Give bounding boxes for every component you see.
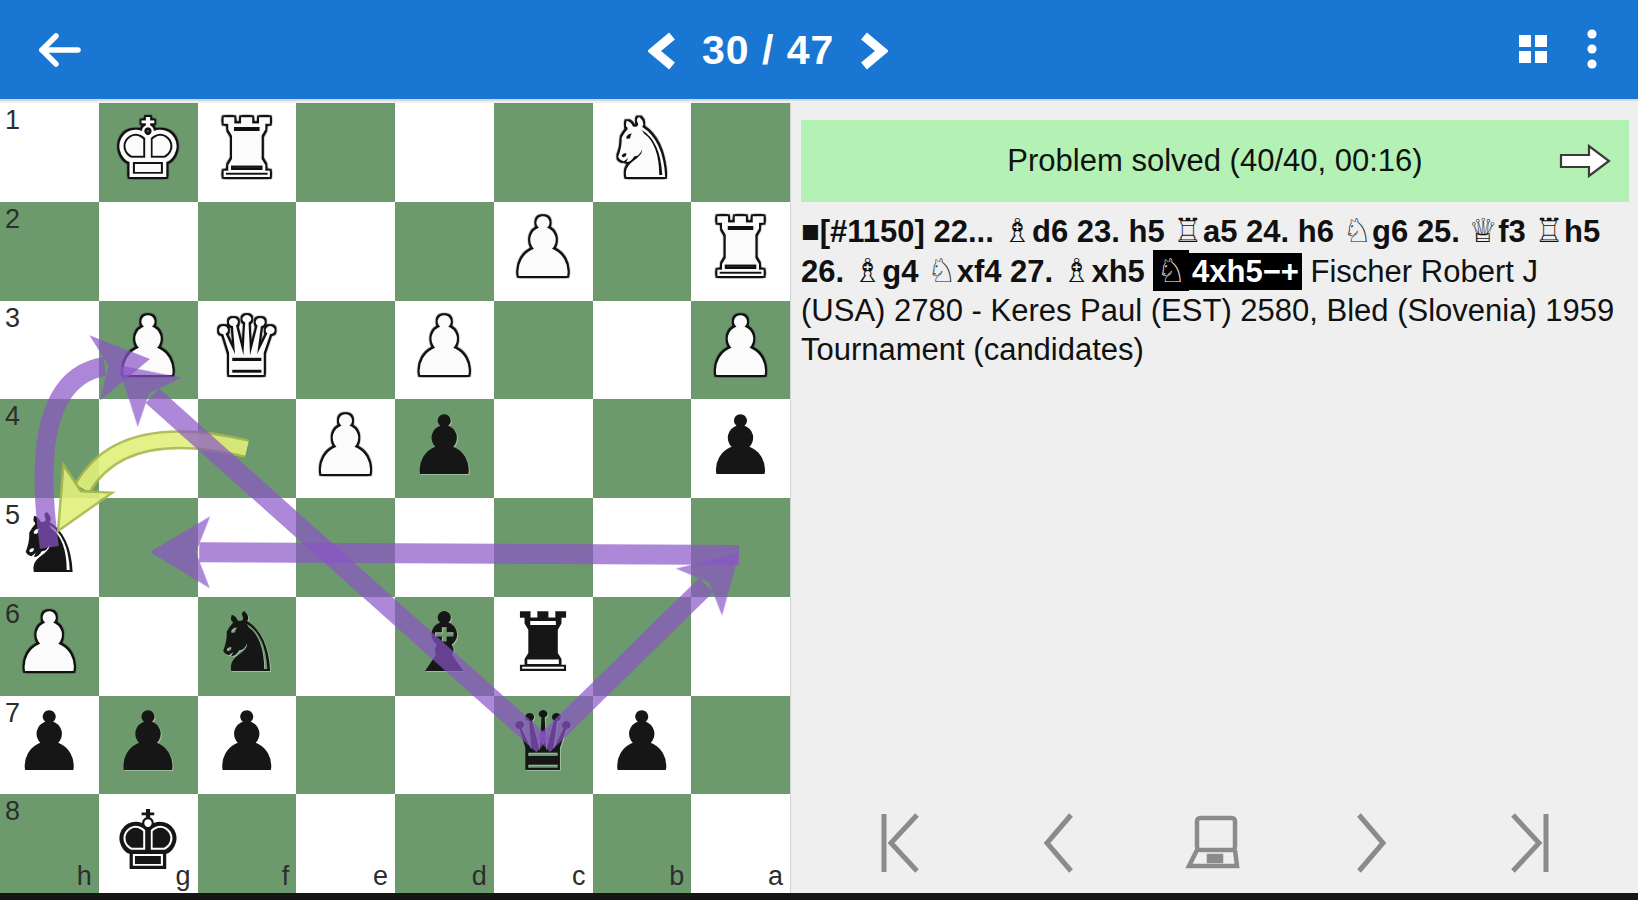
app-screen: 30 / 47 (0, 0, 1638, 900)
white-pawn-a3[interactable]: ♟ (691, 298, 790, 397)
square-a4[interactable]: ♟ (691, 399, 790, 498)
puzzle-grid-button[interactable] (1518, 34, 1548, 68)
square-c5[interactable] (494, 498, 593, 597)
notation-text: g6 25. (1372, 214, 1469, 249)
top-bar-actions (1518, 0, 1598, 101)
notation-text: 4xh5−+ (1189, 253, 1302, 290)
square-d5[interactable] (395, 498, 494, 597)
black-pawn-b7[interactable]: ♟ (593, 693, 692, 792)
file-label-g: g (175, 861, 190, 892)
notation-text: a5 24. h6 (1203, 214, 1343, 249)
square-f4[interactable] (198, 399, 297, 498)
square-g2[interactable] (99, 202, 198, 301)
notation-text: d6 23. h5 (1032, 214, 1173, 249)
notation-figurine: ♘ (1153, 250, 1189, 291)
bottom-edge-bar (0, 893, 1638, 900)
square-b2[interactable] (593, 202, 692, 301)
notation-figurine: ♘ (1343, 211, 1373, 250)
square-h5[interactable]: 5♞ (0, 498, 99, 597)
info-panel: Problem solved (40/40, 00:16) ■[#1150] 2… (790, 103, 1638, 893)
notation-figurine: ♗ (853, 251, 883, 290)
chevron-forward-icon (1355, 812, 1389, 874)
square-b1[interactable]: ♞ (593, 103, 692, 202)
file-label-d: d (472, 861, 487, 892)
notation-figurine: ♗ (1002, 211, 1032, 250)
square-c7[interactable]: ♛ (494, 696, 593, 795)
square-g3[interactable]: ♟ (99, 301, 198, 400)
file-label-h: h (77, 861, 92, 892)
square-h2[interactable]: 2 (0, 202, 99, 301)
file-label-a: a (768, 861, 783, 892)
square-f6[interactable]: ♞ (198, 597, 297, 696)
square-a5[interactable] (691, 498, 790, 597)
square-f3[interactable]: ♛ (198, 301, 297, 400)
square-a6[interactable] (691, 597, 790, 696)
square-b4[interactable] (593, 399, 692, 498)
square-e5[interactable] (296, 498, 395, 597)
square-h7[interactable]: 7♟ (0, 696, 99, 795)
square-g5[interactable] (99, 498, 198, 597)
notation-figurine: ♗ (1062, 251, 1092, 290)
square-g7[interactable]: ♟ (99, 696, 198, 795)
rank-label-4: 4 (5, 401, 20, 432)
square-e3[interactable] (296, 301, 395, 400)
square-f7[interactable]: ♟ (198, 696, 297, 795)
black-pawn-f7[interactable]: ♟ (198, 693, 297, 792)
next-puzzle-button[interactable] (860, 32, 888, 70)
notation-text: xh5 (1091, 254, 1153, 289)
square-f8[interactable]: f (198, 794, 297, 893)
notation-figurine: ♕ (1469, 211, 1499, 250)
white-king-g1[interactable]: ♚ (99, 100, 198, 199)
square-g1[interactable]: ♚ (99, 103, 198, 202)
rank-label-6: 6 (5, 599, 20, 630)
square-d6[interactable]: ♝ (395, 597, 494, 696)
square-a7[interactable] (691, 696, 790, 795)
square-b7[interactable]: ♟ (593, 696, 692, 795)
white-pawn-g3[interactable]: ♟ (99, 298, 198, 397)
back-arrow-icon (34, 28, 86, 72)
square-c8[interactable]: c (494, 794, 593, 893)
square-b3[interactable] (593, 301, 692, 400)
go-last-icon (1505, 812, 1553, 874)
notation-text: ■[#1150] 22... (801, 214, 1002, 249)
square-a3[interactable]: ♟ (691, 301, 790, 400)
notation-text: xf4 27. (957, 254, 1062, 289)
square-d2[interactable] (395, 202, 494, 301)
square-b8[interactable]: b (593, 794, 692, 893)
prev-puzzle-button[interactable] (648, 32, 676, 70)
square-e1[interactable] (296, 103, 395, 202)
white-pawn-c2[interactable]: ♟ (494, 199, 593, 298)
square-b6[interactable] (593, 597, 692, 696)
arrow-right-icon (1559, 144, 1611, 178)
step-back-button[interactable] (1020, 805, 1096, 881)
game-notation[interactable]: ■[#1150] 22... ♗d6 23. h5 ♖a5 24. h6 ♘g6… (801, 211, 1629, 369)
go-to-end-button[interactable] (1491, 805, 1567, 881)
chess-board[interactable]: 1♚♜♞2♟♜3♟♛♟♟4♟♟♟5♞6♟♞♝♜7♟♟♟♛♟8hg♚fedcba (0, 103, 790, 893)
rank-label-1: 1 (5, 105, 20, 136)
notation-figurine: ♘ (927, 251, 957, 290)
file-label-b: b (669, 861, 684, 892)
white-pawn-d3[interactable]: ♟ (395, 298, 494, 397)
black-knight-f6[interactable]: ♞ (198, 594, 297, 693)
square-e2[interactable] (296, 202, 395, 301)
square-h8[interactable]: 8h (0, 794, 99, 893)
file-label-e: e (373, 861, 388, 892)
notation-figurine: ♖ (1173, 211, 1203, 250)
square-d1[interactable] (395, 103, 494, 202)
notation-figurine: ♖ (1534, 211, 1564, 250)
computer-analysis-button[interactable] (1177, 805, 1253, 881)
black-rook-c6[interactable]: ♜ (494, 594, 593, 693)
rank-label-3: 3 (5, 303, 20, 334)
square-a1[interactable] (691, 103, 790, 202)
square-e6[interactable] (296, 597, 395, 696)
square-d7[interactable] (395, 696, 494, 795)
black-pawn-d4[interactable]: ♟ (395, 396, 494, 495)
chevron-back-icon (1041, 812, 1075, 874)
grid-icon (1518, 34, 1548, 64)
puzzle-pager: 30 / 47 (648, 0, 888, 101)
move-nav-bar (791, 803, 1638, 883)
square-e7[interactable] (296, 696, 395, 795)
notation-text: g4 (882, 254, 927, 289)
overflow-menu-button[interactable] (1586, 28, 1598, 74)
square-c4[interactable] (494, 399, 593, 498)
status-text: Problem solved (40/40, 00:16) (1007, 143, 1422, 179)
square-c1[interactable] (494, 103, 593, 202)
status-banner: Problem solved (40/40, 00:16) (801, 120, 1629, 202)
back-button[interactable] (28, 18, 92, 82)
square-c2[interactable]: ♟ (494, 202, 593, 301)
go-to-start-button[interactable] (863, 805, 939, 881)
rank-label-8: 8 (5, 796, 20, 827)
square-f1[interactable]: ♜ (198, 103, 297, 202)
square-g6[interactable] (99, 597, 198, 696)
file-label-f: f (282, 861, 290, 892)
square-f2[interactable] (198, 202, 297, 301)
black-pawn-g7[interactable]: ♟ (99, 693, 198, 792)
laptop-icon (1184, 812, 1246, 874)
black-pawn-a4[interactable]: ♟ (691, 396, 790, 495)
square-g8[interactable]: g♚ (99, 794, 198, 893)
chevron-left-icon (648, 32, 676, 70)
white-rook-f1[interactable]: ♜ (198, 100, 297, 199)
square-d4[interactable]: ♟ (395, 399, 494, 498)
black-bishop-d6[interactable]: ♝ (395, 594, 494, 693)
go-first-icon (877, 812, 925, 874)
square-d3[interactable]: ♟ (395, 301, 494, 400)
square-h6[interactable]: 6♟ (0, 597, 99, 696)
white-queen-f3[interactable]: ♛ (198, 298, 297, 397)
square-f5[interactable] (198, 498, 297, 597)
puzzle-counter: 30 / 47 (702, 27, 834, 74)
notation-text: f3 (1498, 214, 1534, 249)
square-c3[interactable] (494, 301, 593, 400)
square-g4[interactable] (99, 399, 198, 498)
top-bar: 30 / 47 (0, 0, 1638, 101)
square-d8[interactable]: d (395, 794, 494, 893)
square-e8[interactable]: e (296, 794, 395, 893)
rank-label-5: 5 (5, 500, 20, 531)
white-pawn-e4[interactable]: ♟ (296, 396, 395, 495)
chevron-right-icon (860, 32, 888, 70)
rank-label-7: 7 (5, 698, 20, 729)
square-h1[interactable]: 1 (0, 103, 99, 202)
rank-label-2: 2 (5, 204, 20, 235)
square-a2[interactable]: ♜ (691, 202, 790, 301)
square-a8[interactable]: a (691, 794, 790, 893)
square-h4[interactable]: 4 (0, 399, 99, 498)
three-dot-menu-icon (1586, 28, 1598, 70)
white-knight-b1[interactable]: ♞ (593, 100, 692, 199)
step-forward-button[interactable] (1334, 805, 1410, 881)
square-b5[interactable] (593, 498, 692, 597)
next-problem-arrow-button[interactable] (1559, 144, 1611, 182)
white-rook-a2[interactable]: ♜ (691, 199, 790, 298)
square-e4[interactable]: ♟ (296, 399, 395, 498)
square-h3[interactable]: 3 (0, 301, 99, 400)
square-c6[interactable]: ♜ (494, 597, 593, 696)
file-label-c: c (572, 861, 586, 892)
black-queen-c7[interactable]: ♛ (494, 693, 593, 792)
